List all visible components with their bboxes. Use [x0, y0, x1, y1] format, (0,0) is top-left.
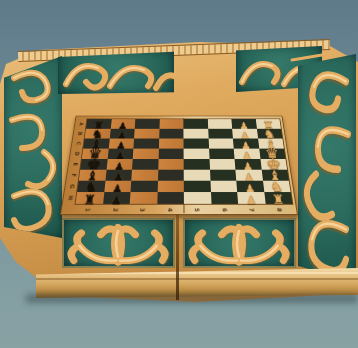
square-f3 [131, 170, 158, 181]
square-g2: ♟ [104, 181, 131, 192]
square-b5 [183, 129, 208, 139]
carved-chess-box-photo: ♜♟♟♜♞♟♟♞♝♟♟♝♛♟♟♛♚♟♟♚♝♟♟♝♞♟♟♞♜♟♟♜ ABCDEFG… [0, 0, 358, 348]
square-c3 [133, 139, 158, 149]
square-d6 [209, 149, 235, 159]
square-h6 [211, 192, 239, 204]
square-a2: ♟ [110, 119, 135, 129]
piece-black-rook: ♜ [75, 193, 103, 206]
square-c2: ♟ [108, 139, 134, 149]
palmette-carving-icon [185, 220, 294, 266]
square-f2: ♟ [105, 170, 132, 181]
chess-board: ♜♟♟♜♞♟♟♞♝♟♟♝♛♟♟♛♚♟♟♚♝♟♟♝♞♟♟♞♜♟♟♜ ABCDEFG… [60, 116, 298, 215]
square-g6 [210, 181, 237, 192]
board-grid: ♜♟♟♜♞♟♟♞♝♟♟♝♛♟♟♛♚♟♟♚♝♟♟♝♞♟♟♞♜♟♟♜ [76, 119, 293, 204]
square-f5 [184, 170, 210, 181]
carved-felt-panel-left [4, 56, 62, 238]
square-d4 [158, 149, 183, 159]
square-e5 [184, 159, 210, 170]
box-shadow-on-table [26, 294, 358, 303]
board-frame: ♜♟♟♜♞♟♟♞♝♟♟♝♛♟♟♛♚♟♟♚♝♟♟♝♞♟♟♞♜♟♟♜ ABCDEFG… [60, 116, 298, 215]
piece-white-rook: ♜ [264, 193, 293, 206]
square-b7: ♟ [232, 129, 257, 139]
square-h7: ♟ [237, 192, 265, 204]
square-g1: ♞ [77, 181, 105, 192]
square-g8: ♞ [263, 181, 291, 192]
carved-felt-panel-right [298, 54, 356, 282]
square-h4 [157, 192, 184, 204]
box-hinge-fold-line [176, 214, 179, 300]
square-e7: ♟ [235, 159, 262, 170]
scroll-carving-icon [298, 54, 356, 282]
square-g4 [157, 181, 184, 192]
piece-black-pawn: ♟ [102, 195, 130, 206]
square-e4 [158, 159, 184, 170]
square-h8: ♜ [264, 192, 292, 204]
square-c7: ♟ [233, 139, 259, 149]
square-d3 [133, 149, 159, 159]
carved-felt-panel-front-right [183, 218, 296, 268]
square-g3 [131, 181, 158, 192]
scroll-carving-icon [58, 50, 174, 94]
square-g5 [184, 181, 211, 192]
square-b6 [208, 129, 233, 139]
square-a4 [159, 119, 183, 129]
square-c6 [208, 139, 234, 149]
square-c5 [183, 139, 208, 149]
square-f7: ♟ [235, 170, 262, 181]
square-h1: ♜ [76, 192, 104, 204]
palmette-carving-icon [64, 220, 173, 266]
square-b2: ♟ [109, 129, 134, 139]
square-e3 [132, 159, 158, 170]
square-f6 [210, 170, 237, 181]
square-h3 [130, 192, 157, 204]
square-e6 [209, 159, 235, 170]
carved-felt-panel-upper-left [58, 50, 174, 94]
square-a7: ♟ [231, 119, 256, 129]
square-e2: ♟ [106, 159, 133, 170]
piece-white-pawn: ♟ [237, 195, 265, 206]
square-c4 [158, 139, 183, 149]
square-a3 [135, 119, 160, 129]
scroll-carving-icon [4, 56, 62, 238]
carved-felt-panel-front-left [62, 218, 175, 268]
square-g7: ♟ [236, 181, 264, 192]
square-b4 [159, 129, 184, 139]
square-a6 [207, 119, 232, 129]
square-a5 [183, 119, 207, 129]
square-d5 [184, 149, 210, 159]
square-h2: ♟ [103, 192, 131, 204]
square-h5 [184, 192, 211, 204]
square-f4 [158, 170, 184, 181]
square-d7: ♟ [234, 149, 260, 159]
square-d2: ♟ [107, 149, 133, 159]
square-b3 [134, 129, 159, 139]
